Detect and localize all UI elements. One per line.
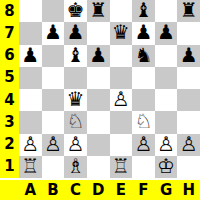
piece-white-pawn[interactable]: ♙ — [180, 134, 198, 154]
square-a7[interactable] — [19, 22, 42, 44]
file-label-e: E — [110, 180, 133, 200]
square-a1[interactable]: ♖ — [19, 156, 42, 178]
square-f6[interactable]: ♞ — [132, 45, 155, 67]
square-e2[interactable] — [110, 134, 133, 156]
rank-label-3: 3 — [0, 111, 19, 133]
piece-black-bishop[interactable]: ♝ — [67, 45, 85, 65]
rank-labels: 87654321 — [0, 0, 19, 178]
square-g8[interactable] — [155, 0, 178, 22]
file-labels: ABCDEFGH — [0, 178, 200, 200]
label-corner — [0, 180, 19, 200]
file-label-h: H — [177, 180, 200, 200]
square-b3[interactable] — [42, 111, 65, 133]
square-f7[interactable]: ♟ — [132, 22, 155, 44]
piece-black-knight[interactable]: ♞ — [134, 45, 152, 65]
chess-diagram: 87654321 ♚♜♝♜♟♟♛♟♟♟♝♟♞♟♛♙♘♘♙♙♙♙♙♙♖♗♖♔ AB… — [0, 0, 200, 200]
piece-black-pawn[interactable]: ♟ — [157, 22, 175, 42]
file-label-a: A — [19, 180, 42, 200]
square-c8[interactable]: ♚ — [64, 0, 87, 22]
square-d3[interactable] — [87, 111, 110, 133]
rank-label-5: 5 — [0, 67, 19, 89]
square-g6[interactable] — [155, 45, 178, 67]
piece-white-knight[interactable]: ♘ — [67, 111, 85, 131]
square-h2[interactable]: ♙ — [177, 134, 200, 156]
square-d2[interactable] — [87, 134, 110, 156]
piece-white-bishop[interactable]: ♗ — [67, 156, 85, 176]
square-b1[interactable] — [42, 156, 65, 178]
square-h8[interactable]: ♜ — [177, 0, 200, 22]
square-b8[interactable] — [42, 0, 65, 22]
file-label-c: C — [64, 180, 87, 200]
square-d1[interactable] — [87, 156, 110, 178]
square-c3[interactable]: ♘ — [64, 111, 87, 133]
piece-black-bishop[interactable]: ♝ — [134, 0, 152, 20]
piece-black-queen[interactable]: ♛ — [112, 22, 130, 42]
square-f1[interactable] — [132, 156, 155, 178]
square-b4[interactable] — [42, 89, 65, 111]
square-d8[interactable]: ♜ — [87, 0, 110, 22]
piece-white-rook[interactable]: ♖ — [112, 156, 130, 176]
square-g1[interactable]: ♔ — [155, 156, 178, 178]
piece-black-queen[interactable]: ♛ — [67, 89, 85, 109]
rank-label-7: 7 — [0, 22, 19, 44]
square-c7[interactable]: ♟ — [64, 22, 87, 44]
square-h6[interactable]: ♟ — [177, 45, 200, 67]
square-a3[interactable] — [19, 111, 42, 133]
square-b5[interactable] — [42, 67, 65, 89]
square-f4[interactable] — [132, 89, 155, 111]
piece-black-pawn[interactable]: ♟ — [67, 22, 85, 42]
square-h3[interactable] — [177, 111, 200, 133]
piece-white-pawn[interactable]: ♙ — [44, 134, 62, 154]
square-a4[interactable] — [19, 89, 42, 111]
square-b2[interactable]: ♙ — [42, 134, 65, 156]
square-d7[interactable] — [87, 22, 110, 44]
square-f2[interactable]: ♙ — [132, 134, 155, 156]
square-h1[interactable] — [177, 156, 200, 178]
chess-board: ♚♜♝♜♟♟♛♟♟♟♝♟♞♟♛♙♘♘♙♙♙♙♙♙♖♗♖♔ — [19, 0, 200, 178]
piece-black-pawn[interactable]: ♟ — [21, 45, 39, 65]
square-e6[interactable] — [110, 45, 133, 67]
piece-black-king[interactable]: ♚ — [67, 0, 85, 20]
file-label-g: G — [155, 180, 178, 200]
square-e1[interactable]: ♖ — [110, 156, 133, 178]
square-f8[interactable]: ♝ — [132, 0, 155, 22]
piece-white-rook[interactable]: ♖ — [21, 156, 39, 176]
rank-label-6: 6 — [0, 45, 19, 67]
square-g5[interactable] — [155, 67, 178, 89]
square-e3[interactable] — [110, 111, 133, 133]
square-a2[interactable]: ♙ — [19, 134, 42, 156]
square-h5[interactable] — [177, 67, 200, 89]
square-c5[interactable] — [64, 67, 87, 89]
square-c1[interactable]: ♗ — [64, 156, 87, 178]
square-c6[interactable]: ♝ — [64, 45, 87, 67]
rank-label-1: 1 — [0, 156, 19, 178]
piece-white-king[interactable]: ♔ — [157, 156, 175, 176]
rank-label-2: 2 — [0, 134, 19, 156]
piece-black-rook[interactable]: ♜ — [89, 0, 107, 20]
square-c2[interactable]: ♙ — [64, 134, 87, 156]
rank-label-8: 8 — [0, 0, 19, 22]
square-g2[interactable]: ♙ — [155, 134, 178, 156]
square-e4[interactable]: ♙ — [110, 89, 133, 111]
square-d6[interactable]: ♟ — [87, 45, 110, 67]
square-e7[interactable]: ♛ — [110, 22, 133, 44]
square-g7[interactable]: ♟ — [155, 22, 178, 44]
piece-white-pawn[interactable]: ♙ — [67, 134, 85, 154]
piece-black-rook[interactable]: ♜ — [180, 0, 198, 20]
rank-label-4: 4 — [0, 89, 19, 111]
square-a8[interactable] — [19, 0, 42, 22]
piece-black-pawn[interactable]: ♟ — [180, 45, 198, 65]
file-label-d: D — [87, 180, 110, 200]
square-h4[interactable] — [177, 89, 200, 111]
square-c4[interactable]: ♛ — [64, 89, 87, 111]
piece-black-pawn[interactable]: ♟ — [44, 22, 62, 42]
square-f5[interactable] — [132, 67, 155, 89]
square-g3[interactable] — [155, 111, 178, 133]
square-b6[interactable] — [42, 45, 65, 67]
square-d5[interactable] — [87, 67, 110, 89]
square-b7[interactable]: ♟ — [42, 22, 65, 44]
piece-white-pawn[interactable]: ♙ — [157, 134, 175, 154]
piece-white-pawn[interactable]: ♙ — [112, 89, 130, 109]
piece-black-pawn[interactable]: ♟ — [89, 45, 107, 65]
file-label-b: B — [42, 180, 65, 200]
piece-white-pawn[interactable]: ♙ — [134, 134, 152, 154]
square-h7[interactable] — [177, 22, 200, 44]
piece-white-pawn[interactable]: ♙ — [21, 134, 39, 154]
square-d4[interactable] — [87, 89, 110, 111]
file-label-f: F — [132, 180, 155, 200]
square-g4[interactable] — [155, 89, 178, 111]
piece-white-knight[interactable]: ♘ — [134, 111, 152, 131]
square-e5[interactable] — [110, 67, 133, 89]
square-a5[interactable] — [19, 67, 42, 89]
piece-black-pawn[interactable]: ♟ — [134, 22, 152, 42]
square-a6[interactable]: ♟ — [19, 45, 42, 67]
square-f3[interactable]: ♘ — [132, 111, 155, 133]
square-e8[interactable] — [110, 0, 133, 22]
